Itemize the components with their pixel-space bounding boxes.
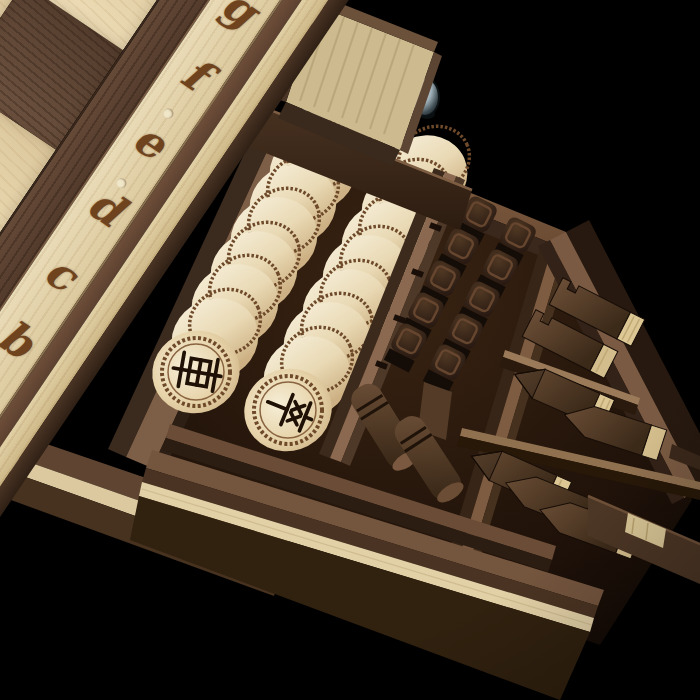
- scene: b c d e f g: [0, 0, 700, 700]
